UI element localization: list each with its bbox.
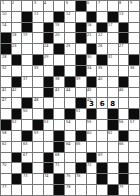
clue-number: 63: [23, 142, 27, 145]
clue-number: 50: [23, 109, 27, 112]
black-cell: [97, 55, 107, 65]
clue-number: 42: [12, 88, 16, 91]
white-cell[interactable]: [108, 163, 118, 173]
black-cell: [44, 153, 54, 163]
clue-number: 43: [55, 88, 59, 91]
clue-number: 77: [2, 185, 6, 188]
clue-number: 35: [98, 66, 102, 69]
white-cell[interactable]: 45: [87, 88, 97, 98]
white-cell[interactable]: 58: [1, 131, 11, 141]
white-cell[interactable]: [97, 109, 107, 119]
clue-number: 8: [119, 1, 121, 4]
clue-number: 11: [34, 12, 38, 15]
clue-number: 2: [12, 1, 14, 4]
white-cell[interactable]: 62: [1, 142, 11, 152]
white-cell[interactable]: [108, 77, 118, 87]
white-cell[interactable]: [129, 131, 139, 141]
clue-number: 41: [2, 88, 6, 91]
clue-number: 34: [87, 66, 91, 69]
white-cell[interactable]: [108, 174, 118, 184]
clue-number: 76: [76, 174, 80, 177]
black-cell: [54, 174, 64, 184]
black-cell: [44, 33, 54, 43]
white-cell[interactable]: [129, 142, 139, 152]
black-cell: [76, 66, 86, 76]
white-cell[interactable]: [65, 98, 75, 108]
white-cell[interactable]: 34: [87, 66, 97, 76]
black-cell: [119, 131, 129, 141]
white-cell[interactable]: 31: [108, 55, 118, 65]
clue-number: 28: [2, 55, 6, 58]
white-cell[interactable]: [97, 142, 107, 152]
black-cell: [87, 77, 97, 87]
clue-number: 25: [66, 44, 70, 47]
white-cell[interactable]: [33, 109, 43, 119]
white-cell[interactable]: [108, 88, 118, 98]
white-cell[interactable]: 59: [33, 131, 43, 141]
white-cell[interactable]: 64: [65, 142, 75, 152]
white-cell[interactable]: [44, 142, 54, 152]
given-digit-cell[interactable]: 493: [87, 98, 97, 108]
white-cell[interactable]: [12, 66, 22, 76]
clue-number: 1: [2, 1, 4, 4]
white-cell[interactable]: 60: [87, 131, 97, 141]
clue-number: 64: [66, 142, 70, 145]
white-cell[interactable]: [12, 142, 22, 152]
white-cell[interactable]: 33: [33, 66, 43, 76]
white-cell[interactable]: [87, 142, 97, 152]
white-cell[interactable]: 77: [1, 185, 11, 195]
white-cell[interactable]: 69: [97, 153, 107, 163]
clue-number: 45: [87, 88, 91, 91]
black-cell: [119, 163, 129, 173]
white-cell[interactable]: [129, 23, 139, 33]
clue-number: 37: [23, 77, 27, 80]
clue-number: 73: [23, 174, 27, 177]
white-cell[interactable]: [108, 44, 118, 54]
black-cell: [44, 23, 54, 33]
clue-number: 78: [66, 185, 70, 188]
black-cell: [22, 98, 32, 108]
white-cell[interactable]: [129, 153, 139, 163]
white-cell[interactable]: [22, 120, 32, 130]
white-cell[interactable]: [33, 44, 43, 54]
black-cell: [12, 109, 22, 119]
white-cell[interactable]: 67: [22, 153, 32, 163]
white-cell[interactable]: [65, 131, 75, 141]
white-cell[interactable]: 9: [129, 1, 139, 11]
white-cell[interactable]: 44: [65, 88, 75, 98]
white-cell[interactable]: [129, 88, 139, 98]
white-cell[interactable]: [76, 44, 86, 54]
black-cell: [76, 163, 86, 173]
clue-number: 67: [23, 153, 27, 156]
white-cell[interactable]: [129, 98, 139, 108]
white-cell[interactable]: 6: [87, 1, 97, 11]
black-cell: [65, 109, 75, 119]
white-cell[interactable]: [65, 23, 75, 33]
white-cell[interactable]: 72: [87, 163, 97, 173]
white-cell[interactable]: [108, 142, 118, 152]
black-cell: [54, 12, 64, 22]
black-cell: [87, 44, 97, 54]
white-cell[interactable]: 43: [54, 88, 64, 98]
white-cell[interactable]: [129, 33, 139, 43]
white-cell[interactable]: 39: [76, 77, 86, 87]
white-cell[interactable]: [119, 109, 129, 119]
white-cell[interactable]: 36: [129, 66, 139, 76]
white-cell[interactable]: 1: [1, 1, 11, 11]
white-cell[interactable]: [22, 44, 32, 54]
white-cell[interactable]: 79: [119, 185, 129, 195]
white-cell[interactable]: 63: [22, 142, 32, 152]
white-cell[interactable]: 78: [65, 185, 75, 195]
white-cell[interactable]: [65, 153, 75, 163]
clue-number: 56: [119, 120, 123, 123]
white-cell[interactable]: [76, 185, 86, 195]
black-cell: [108, 109, 118, 119]
white-cell[interactable]: [1, 153, 11, 163]
white-cell[interactable]: [129, 174, 139, 184]
white-cell[interactable]: [12, 185, 22, 195]
black-cell: [1, 120, 11, 130]
white-cell[interactable]: [65, 163, 75, 173]
white-cell[interactable]: 25: [65, 44, 75, 54]
white-cell[interactable]: [22, 55, 32, 65]
black-cell: [44, 88, 54, 98]
white-cell[interactable]: 57: [129, 120, 139, 130]
white-cell[interactable]: 18: [12, 33, 22, 43]
white-cell[interactable]: [129, 185, 139, 195]
white-cell[interactable]: [22, 66, 32, 76]
white-cell[interactable]: [108, 1, 118, 11]
white-cell[interactable]: 66: [119, 142, 129, 152]
white-cell[interactable]: 10: [1, 12, 11, 22]
white-cell[interactable]: [108, 153, 118, 163]
white-cell[interactable]: [33, 163, 43, 173]
black-cell: [76, 131, 86, 141]
clue-number: 32: [2, 66, 6, 69]
white-cell[interactable]: 52: [12, 120, 22, 130]
white-cell[interactable]: [76, 153, 86, 163]
black-cell: [87, 12, 97, 22]
white-cell[interactable]: 29: [44, 55, 54, 65]
clue-number: 39: [76, 77, 80, 80]
white-cell[interactable]: 70: [1, 163, 11, 173]
black-cell: [119, 33, 129, 43]
white-cell[interactable]: 75: [65, 174, 75, 184]
white-cell[interactable]: 56: [119, 120, 129, 130]
clue-number: 5: [66, 1, 68, 4]
black-cell: [108, 12, 118, 22]
white-cell[interactable]: 40: [97, 77, 107, 87]
white-cell[interactable]: [1, 77, 11, 87]
white-cell[interactable]: 50: [22, 109, 32, 119]
white-cell[interactable]: [108, 66, 118, 76]
clue-number: 4: [44, 1, 46, 4]
black-cell: [129, 109, 139, 119]
clue-number: 13: [119, 12, 123, 15]
black-cell: [76, 1, 86, 11]
black-cell: [44, 77, 54, 87]
white-cell[interactable]: 12: [65, 12, 75, 22]
black-cell: [1, 33, 11, 43]
clue-number: 21: [87, 33, 91, 36]
white-cell[interactable]: [76, 88, 86, 98]
white-cell[interactable]: 32: [1, 66, 11, 76]
white-cell[interactable]: 17: [108, 23, 118, 33]
black-cell: [76, 23, 86, 33]
white-cell[interactable]: 55: [87, 120, 97, 130]
white-cell[interactable]: 13: [119, 12, 129, 22]
black-cell: [12, 153, 22, 163]
white-cell[interactable]: 19: [22, 33, 32, 43]
black-cell: [97, 163, 107, 173]
black-cell: [22, 131, 32, 141]
clue-number: 17: [108, 23, 112, 26]
white-cell[interactable]: [129, 12, 139, 22]
white-cell[interactable]: 74: [44, 174, 54, 184]
white-cell[interactable]: [54, 109, 64, 119]
clue-number: 20: [55, 33, 59, 36]
white-cell[interactable]: [97, 185, 107, 195]
white-cell[interactable]: 41: [1, 88, 11, 98]
white-cell[interactable]: [22, 88, 32, 98]
clue-number: 52: [12, 120, 16, 123]
white-cell[interactable]: [44, 98, 54, 108]
clue-number: 72: [87, 163, 91, 166]
white-cell[interactable]: [97, 88, 107, 98]
clue-number: 29: [44, 55, 48, 58]
clue-number: 24: [44, 44, 48, 47]
clue-number: 7: [98, 1, 100, 4]
given-digit: 8: [108, 98, 118, 108]
clue-number: 19: [23, 33, 27, 36]
white-cell[interactable]: [44, 131, 54, 141]
white-cell[interactable]: 27: [119, 44, 129, 54]
white-cell[interactable]: [97, 131, 107, 141]
white-cell[interactable]: 30: [87, 55, 97, 65]
white-cell[interactable]: 48: [33, 98, 43, 108]
black-cell: [119, 174, 129, 184]
white-cell[interactable]: 14: [1, 23, 11, 33]
clue-number: 40: [98, 77, 102, 80]
white-cell[interactable]: 8: [119, 1, 129, 11]
clue-number: 33: [34, 66, 38, 69]
clue-number: 51: [76, 109, 80, 112]
black-cell: [1, 44, 11, 54]
black-cell: [76, 33, 86, 43]
clue-number: 46: [119, 88, 123, 91]
white-cell[interactable]: [12, 98, 22, 108]
given-digit-cell[interactable]: 8: [108, 98, 118, 108]
white-cell[interactable]: 76: [76, 174, 86, 184]
white-cell[interactable]: 65: [76, 142, 86, 152]
clue-number: 65: [76, 142, 80, 145]
white-cell[interactable]: [12, 131, 22, 141]
white-cell[interactable]: [129, 44, 139, 54]
clue-number: 74: [44, 174, 48, 177]
white-cell[interactable]: 47: [1, 98, 11, 108]
white-cell[interactable]: [119, 66, 129, 76]
white-cell[interactable]: 53: [44, 120, 54, 130]
clue-number: 57: [130, 120, 134, 123]
clue-number: 47: [2, 98, 6, 101]
clue-number: 18: [12, 33, 16, 36]
black-cell: [129, 55, 139, 65]
white-cell[interactable]: 28: [1, 55, 11, 65]
white-cell[interactable]: 46: [119, 88, 129, 98]
clue-number: 12: [66, 12, 70, 15]
white-cell[interactable]: [119, 153, 129, 163]
white-cell[interactable]: [54, 98, 64, 108]
clue-number: 3: [34, 1, 36, 4]
black-cell: [119, 23, 129, 33]
white-cell[interactable]: [65, 66, 75, 76]
black-cell: [33, 120, 43, 130]
white-cell[interactable]: 2: [12, 1, 22, 11]
clue-number: 38: [55, 77, 59, 80]
black-cell: [12, 174, 22, 184]
black-cell: [44, 109, 54, 119]
white-cell[interactable]: [44, 66, 54, 76]
puzzle-grid: 1234567891011121314151617181920212223242…: [0, 0, 140, 196]
clue-number: 26: [98, 44, 102, 47]
white-cell[interactable]: [54, 55, 64, 65]
white-cell[interactable]: [1, 109, 11, 119]
white-cell[interactable]: 20: [54, 33, 64, 43]
black-cell: [22, 12, 32, 22]
white-cell[interactable]: [44, 185, 54, 195]
black-cell: [22, 163, 32, 173]
clue-number: 36: [130, 66, 134, 69]
white-cell[interactable]: [33, 23, 43, 33]
white-cell[interactable]: [65, 55, 75, 65]
white-cell[interactable]: 15: [54, 23, 64, 33]
white-cell[interactable]: [54, 120, 64, 130]
clue-number: 59: [34, 131, 38, 134]
white-cell[interactable]: 11: [33, 12, 43, 22]
white-cell[interactable]: 51: [76, 109, 86, 119]
white-cell[interactable]: [33, 77, 43, 87]
white-cell[interactable]: [87, 174, 97, 184]
white-cell[interactable]: 71: [54, 163, 64, 173]
clue-number: 6: [87, 1, 89, 4]
white-cell[interactable]: [12, 163, 22, 173]
clue-number: 30: [87, 55, 91, 58]
black-cell: [87, 153, 97, 163]
clue-number: 9: [130, 1, 132, 4]
white-cell[interactable]: [129, 163, 139, 173]
clue-number: 66: [119, 142, 123, 145]
white-cell[interactable]: 68: [54, 153, 64, 163]
white-cell[interactable]: 21: [87, 33, 97, 43]
white-cell[interactable]: [119, 98, 129, 108]
white-cell[interactable]: [12, 12, 22, 22]
white-cell[interactable]: 16: [87, 23, 97, 33]
white-cell[interactable]: [33, 185, 43, 195]
clue-number: 31: [108, 55, 112, 58]
white-cell[interactable]: 5: [65, 1, 75, 11]
white-cell[interactable]: 37: [22, 77, 32, 87]
clue-number: 69: [98, 153, 102, 156]
black-cell: [54, 66, 64, 76]
white-cell[interactable]: [76, 12, 86, 22]
white-cell[interactable]: [129, 77, 139, 87]
white-cell[interactable]: [65, 33, 75, 43]
white-cell[interactable]: 22: [97, 33, 107, 43]
white-cell[interactable]: 3: [33, 1, 43, 11]
clue-number: 55: [87, 120, 91, 123]
black-cell: [87, 109, 97, 119]
white-cell[interactable]: 54: [65, 120, 75, 130]
given-digit-cell[interactable]: 6: [97, 98, 107, 108]
white-cell[interactable]: [97, 12, 107, 22]
white-cell[interactable]: 42: [12, 88, 22, 98]
white-cell[interactable]: 26: [97, 44, 107, 54]
white-cell[interactable]: [22, 1, 32, 11]
white-cell[interactable]: 61: [108, 131, 118, 141]
white-cell[interactable]: [22, 185, 32, 195]
clue-number: 71: [55, 163, 59, 166]
clue-number: 48: [34, 98, 38, 101]
white-cell[interactable]: [1, 174, 11, 184]
white-cell[interactable]: [108, 33, 118, 43]
clue-number: 61: [108, 131, 112, 134]
clue-number: 60: [87, 131, 91, 134]
white-cell[interactable]: [44, 12, 54, 22]
given-digit: 6: [97, 98, 107, 108]
black-cell: [108, 185, 118, 195]
white-cell[interactable]: 23: [12, 44, 22, 54]
clue-number: 14: [2, 23, 6, 26]
black-cell: [97, 174, 107, 184]
white-cell[interactable]: 7: [97, 1, 107, 11]
black-cell: [65, 77, 75, 87]
clue-number: 58: [2, 131, 6, 134]
white-cell[interactable]: [87, 185, 97, 195]
white-cell[interactable]: [33, 88, 43, 98]
white-cell[interactable]: [33, 142, 43, 152]
black-cell: [54, 142, 64, 152]
white-cell[interactable]: [33, 174, 43, 184]
black-cell: [12, 77, 22, 87]
black-cell: [44, 163, 54, 173]
black-cell: [54, 131, 64, 141]
white-cell[interactable]: [54, 1, 64, 11]
black-cell: [97, 23, 107, 33]
white-cell[interactable]: 24: [44, 44, 54, 54]
clue-number: 54: [66, 120, 70, 123]
white-cell[interactable]: 35: [97, 66, 107, 76]
white-cell[interactable]: 38: [54, 77, 64, 87]
white-cell[interactable]: [12, 23, 22, 33]
white-cell[interactable]: 73: [22, 174, 32, 184]
white-cell[interactable]: [76, 120, 86, 130]
clue-number: 75: [66, 174, 70, 177]
clue-number: 70: [2, 163, 6, 166]
clue-number: 68: [55, 153, 59, 156]
clue-number: 22: [98, 33, 102, 36]
clue-number: 16: [87, 23, 91, 26]
clue-number: 79: [119, 185, 123, 188]
white-cell[interactable]: [119, 55, 129, 65]
white-cell[interactable]: [33, 33, 43, 43]
white-cell[interactable]: 4: [44, 1, 54, 11]
white-cell[interactable]: [97, 120, 107, 130]
given-digit: 3: [87, 98, 97, 108]
white-cell[interactable]: [33, 153, 43, 163]
